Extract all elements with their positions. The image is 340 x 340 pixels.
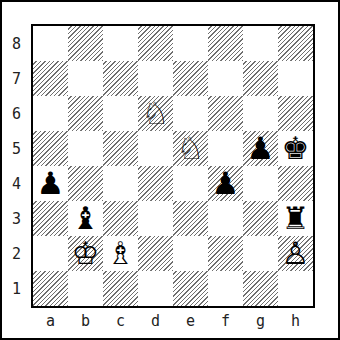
board-square-e1[interactable] [173,271,208,306]
board-square-h1[interactable] [278,271,313,306]
board-square-e2[interactable] [173,236,208,271]
board-square-g6[interactable] [243,96,278,131]
board-square-f6[interactable] [208,96,243,131]
rank-label-4: 4 [2,166,31,201]
board-square-a2[interactable] [33,236,68,271]
rank-label-3: 3 [2,201,31,236]
board-square-h7[interactable] [278,61,313,96]
board-square-h5[interactable]: ♚ [278,131,313,166]
board-square-c2[interactable]: ♗ [103,236,138,271]
rank-label-7: 7 [2,61,31,96]
board-square-f7[interactable] [208,61,243,96]
black-rook-h3: ♜ [282,201,310,236]
board-square-c1[interactable] [103,271,138,306]
board-square-e8[interactable] [173,26,208,61]
rank-labels: 87654321 [2,26,31,306]
white-knight-d6: ♘ [142,96,170,131]
board-square-g5[interactable]: ♟ [243,131,278,166]
board-square-g4[interactable] [243,166,278,201]
board-square-c7[interactable] [103,61,138,96]
board-square-a3[interactable] [33,201,68,236]
board-square-a5[interactable] [33,131,68,166]
black-king-h5: ♚ [282,131,310,166]
file-labels: abcdefgh [33,308,313,334]
board-square-d1[interactable] [138,271,173,306]
board-square-h6[interactable] [278,96,313,131]
diagram-frame: 87654321 ♘♘♟♚♟♟♝♜♔♗♙ abcdefgh [0,0,340,340]
board-square-e3[interactable] [173,201,208,236]
rank-label-1: 1 [2,271,31,306]
board-square-c6[interactable] [103,96,138,131]
board-square-b2[interactable]: ♔ [68,236,103,271]
board-square-a1[interactable] [33,271,68,306]
file-label-f: f [208,308,243,334]
board-square-b4[interactable] [68,166,103,201]
board-square-e4[interactable] [173,166,208,201]
board-square-a7[interactable] [33,61,68,96]
rank-label-8: 8 [2,26,31,61]
board-square-f8[interactable] [208,26,243,61]
board-square-c8[interactable] [103,26,138,61]
board-square-h8[interactable] [278,26,313,61]
board-square-c4[interactable] [103,166,138,201]
board-square-b8[interactable] [68,26,103,61]
file-label-c: c [103,308,138,334]
black-bishop-b3: ♝ [72,201,100,236]
board-square-f1[interactable] [208,271,243,306]
board-square-a6[interactable] [33,96,68,131]
board-square-c5[interactable] [103,131,138,166]
black-pawn-g5: ♟ [247,131,275,166]
board-square-d5[interactable] [138,131,173,166]
board-square-a8[interactable] [33,26,68,61]
board-square-d2[interactable] [138,236,173,271]
board-square-b1[interactable] [68,271,103,306]
board-square-h2[interactable]: ♙ [278,236,313,271]
board-square-e6[interactable] [173,96,208,131]
board-square-b5[interactable] [68,131,103,166]
white-bishop-c2: ♗ [107,236,135,271]
board-square-g2[interactable] [243,236,278,271]
board-square-d7[interactable] [138,61,173,96]
board-square-d8[interactable] [138,26,173,61]
board-square-g3[interactable] [243,201,278,236]
board-square-b6[interactable] [68,96,103,131]
white-king-b2: ♔ [72,236,100,271]
rank-label-6: 6 [2,96,31,131]
file-label-g: g [243,308,278,334]
board-square-b7[interactable] [68,61,103,96]
board-square-d4[interactable] [138,166,173,201]
board-square-g8[interactable] [243,26,278,61]
board-square-a4[interactable]: ♟ [33,166,68,201]
file-label-b: b [68,308,103,334]
board-square-g1[interactable] [243,271,278,306]
rank-label-5: 5 [2,131,31,166]
board-square-f3[interactable] [208,201,243,236]
chess-board: ♘♘♟♚♟♟♝♜♔♗♙ [31,24,315,308]
white-knight-e5: ♘ [177,131,205,166]
board-square-e7[interactable] [173,61,208,96]
board-square-g7[interactable] [243,61,278,96]
white-pawn-h2: ♙ [282,236,310,271]
file-label-e: e [173,308,208,334]
black-pawn-f4: ♟ [212,166,240,201]
board-square-f2[interactable] [208,236,243,271]
board-square-b3[interactable]: ♝ [68,201,103,236]
board-square-h4[interactable] [278,166,313,201]
board-square-h3[interactable]: ♜ [278,201,313,236]
board-square-e5[interactable]: ♘ [173,131,208,166]
board-square-c3[interactable] [103,201,138,236]
black-pawn-a4: ♟ [37,166,65,201]
board-square-f4[interactable]: ♟ [208,166,243,201]
board-square-d3[interactable] [138,201,173,236]
file-label-d: d [138,308,173,334]
rank-label-2: 2 [2,236,31,271]
board-square-d6[interactable]: ♘ [138,96,173,131]
file-label-a: a [33,308,68,334]
file-label-h: h [278,308,313,334]
board-square-f5[interactable] [208,131,243,166]
